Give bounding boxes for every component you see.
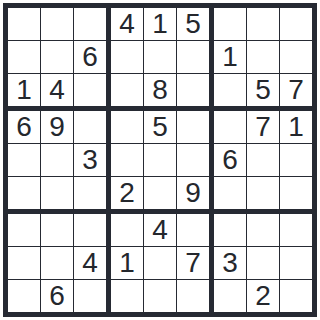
cell-r5c1[interactable] xyxy=(8,144,40,176)
cell-r5c9[interactable] xyxy=(280,144,312,176)
cell-r6c7[interactable] xyxy=(214,177,246,209)
cell-r3c4[interactable] xyxy=(111,74,143,106)
cell-r7c2[interactable] xyxy=(41,214,73,246)
cell-r9c1[interactable] xyxy=(8,280,40,312)
cell-r9c6[interactable] xyxy=(177,280,209,312)
cell-r6c9[interactable] xyxy=(280,177,312,209)
cell-r8c2[interactable] xyxy=(41,247,73,279)
cell-r5c4[interactable] xyxy=(111,144,143,176)
cell-r9c2[interactable]: 6 xyxy=(41,280,73,312)
cell-r5c6[interactable] xyxy=(177,144,209,176)
cell-r1c5[interactable]: 1 xyxy=(144,8,176,40)
cell-r9c7[interactable] xyxy=(214,280,246,312)
cell-r6c8[interactable] xyxy=(247,177,279,209)
cell-r5c3[interactable]: 3 xyxy=(74,144,106,176)
cell-r2c8[interactable] xyxy=(247,41,279,73)
cell-r8c9[interactable] xyxy=(280,247,312,279)
cell-r3c6[interactable] xyxy=(177,74,209,106)
cell-r6c2[interactable] xyxy=(41,177,73,209)
cell-r9c9[interactable] xyxy=(280,280,312,312)
cell-r4c7[interactable] xyxy=(214,111,246,143)
cell-r1c1[interactable] xyxy=(8,8,40,40)
cell-r7c9[interactable] xyxy=(280,214,312,246)
cell-r6c5[interactable] xyxy=(144,177,176,209)
cell-r1c8[interactable] xyxy=(247,8,279,40)
cell-r7c1[interactable] xyxy=(8,214,40,246)
cell-r7c6[interactable] xyxy=(177,214,209,246)
cell-r6c1[interactable] xyxy=(8,177,40,209)
cell-r3c1[interactable]: 1 xyxy=(8,74,40,106)
cell-r9c5[interactable] xyxy=(144,280,176,312)
cell-r4c5[interactable]: 5 xyxy=(144,111,176,143)
cell-r2c5[interactable] xyxy=(144,41,176,73)
cell-r1c9[interactable] xyxy=(280,8,312,40)
cell-r2c9[interactable] xyxy=(280,41,312,73)
cell-r1c7[interactable] xyxy=(214,8,246,40)
cell-r7c8[interactable] xyxy=(247,214,279,246)
cell-r8c6[interactable]: 7 xyxy=(177,247,209,279)
cell-r6c3[interactable] xyxy=(74,177,106,209)
cell-r3c8[interactable]: 5 xyxy=(247,74,279,106)
cell-r5c8[interactable] xyxy=(247,144,279,176)
cell-r2c1[interactable] xyxy=(8,41,40,73)
cell-r7c4[interactable] xyxy=(111,214,143,246)
cell-r3c5[interactable]: 8 xyxy=(144,74,176,106)
cell-r4c1[interactable]: 6 xyxy=(8,111,40,143)
cell-r8c3[interactable]: 4 xyxy=(74,247,106,279)
cell-r9c4[interactable] xyxy=(111,280,143,312)
cell-r4c3[interactable] xyxy=(74,111,106,143)
cell-r3c7[interactable] xyxy=(214,74,246,106)
cell-r3c3[interactable] xyxy=(74,74,106,106)
cell-r9c8[interactable]: 2 xyxy=(247,280,279,312)
cell-r1c3[interactable] xyxy=(74,8,106,40)
cell-r5c5[interactable] xyxy=(144,144,176,176)
cell-r8c5[interactable] xyxy=(144,247,176,279)
cell-r7c3[interactable] xyxy=(74,214,106,246)
cell-r4c4[interactable] xyxy=(111,111,143,143)
cell-r1c6[interactable]: 5 xyxy=(177,8,209,40)
cell-r7c5[interactable]: 4 xyxy=(144,214,176,246)
sudoku-board: 41561148576957136294417362 xyxy=(3,3,317,317)
cell-r2c6[interactable] xyxy=(177,41,209,73)
cell-r8c8[interactable] xyxy=(247,247,279,279)
cell-r4c6[interactable] xyxy=(177,111,209,143)
cell-r6c4[interactable]: 2 xyxy=(111,177,143,209)
cell-r1c4[interactable]: 4 xyxy=(111,8,143,40)
cell-r2c4[interactable] xyxy=(111,41,143,73)
cell-r8c7[interactable]: 3 xyxy=(214,247,246,279)
cell-r4c8[interactable]: 7 xyxy=(247,111,279,143)
cell-r9c3[interactable] xyxy=(74,280,106,312)
cell-r4c9[interactable]: 1 xyxy=(280,111,312,143)
cell-r3c2[interactable]: 4 xyxy=(41,74,73,106)
cell-r4c2[interactable]: 9 xyxy=(41,111,73,143)
cell-r2c7[interactable]: 1 xyxy=(214,41,246,73)
cell-r3c9[interactable]: 7 xyxy=(280,74,312,106)
cell-r2c2[interactable] xyxy=(41,41,73,73)
cell-r8c1[interactable] xyxy=(8,247,40,279)
cell-r6c6[interactable]: 9 xyxy=(177,177,209,209)
cell-r8c4[interactable]: 1 xyxy=(111,247,143,279)
cell-r2c3[interactable]: 6 xyxy=(74,41,106,73)
cell-r5c2[interactable] xyxy=(41,144,73,176)
cell-r1c2[interactable] xyxy=(41,8,73,40)
cell-r5c7[interactable]: 6 xyxy=(214,144,246,176)
cell-r7c7[interactable] xyxy=(214,214,246,246)
